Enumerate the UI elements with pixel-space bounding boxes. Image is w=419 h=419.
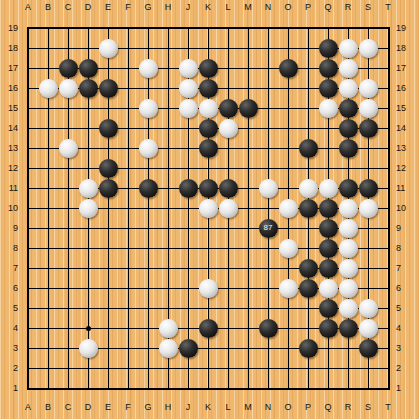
intersection-L17[interactable] <box>218 58 238 78</box>
intersection-M4[interactable] <box>238 318 258 338</box>
intersection-L16[interactable] <box>218 78 238 98</box>
intersection-S7[interactable] <box>358 258 378 278</box>
intersection-K2[interactable] <box>198 358 218 378</box>
intersection-L18[interactable] <box>218 38 238 58</box>
intersection-R11[interactable] <box>338 178 358 198</box>
intersection-G6[interactable] <box>138 278 158 298</box>
intersection-B8[interactable] <box>38 238 58 258</box>
intersection-J12[interactable] <box>178 158 198 178</box>
intersection-E1[interactable] <box>98 378 118 398</box>
intersection-N5[interactable] <box>258 298 278 318</box>
intersection-G10[interactable] <box>138 198 158 218</box>
intersection-P8[interactable] <box>298 238 318 258</box>
intersection-C16[interactable] <box>58 78 78 98</box>
intersection-M8[interactable] <box>238 238 258 258</box>
intersection-N9[interactable]: 87 <box>258 218 278 238</box>
intersection-J6[interactable] <box>178 278 198 298</box>
intersection-O7[interactable] <box>278 258 298 278</box>
intersection-D12[interactable] <box>78 158 98 178</box>
intersection-E3[interactable] <box>98 338 118 358</box>
intersection-S3[interactable] <box>358 338 378 358</box>
intersection-S11[interactable] <box>358 178 378 198</box>
intersection-O17[interactable] <box>278 58 298 78</box>
intersection-N15[interactable] <box>258 98 278 118</box>
intersection-E14[interactable] <box>98 118 118 138</box>
intersection-F13[interactable] <box>118 138 138 158</box>
intersection-R19[interactable] <box>338 18 358 38</box>
intersection-P5[interactable] <box>298 298 318 318</box>
intersection-Q14[interactable] <box>318 118 338 138</box>
intersection-P11[interactable] <box>298 178 318 198</box>
intersection-S5[interactable] <box>358 298 378 318</box>
intersection-G8[interactable] <box>138 238 158 258</box>
intersection-O9[interactable] <box>278 218 298 238</box>
intersection-R17[interactable] <box>338 58 358 78</box>
intersection-R14[interactable] <box>338 118 358 138</box>
intersection-H6[interactable] <box>158 278 178 298</box>
intersection-M15[interactable] <box>238 98 258 118</box>
intersection-P10[interactable] <box>298 198 318 218</box>
intersection-G14[interactable] <box>138 118 158 138</box>
intersection-R5[interactable] <box>338 298 358 318</box>
intersection-B6[interactable] <box>38 278 58 298</box>
intersection-K1[interactable] <box>198 378 218 398</box>
intersection-B2[interactable] <box>38 358 58 378</box>
intersection-Q18[interactable] <box>318 38 338 58</box>
intersection-E13[interactable] <box>98 138 118 158</box>
intersection-M3[interactable] <box>238 338 258 358</box>
intersection-H10[interactable] <box>158 198 178 218</box>
intersection-R18[interactable] <box>338 38 358 58</box>
intersection-O8[interactable] <box>278 238 298 258</box>
intersection-N18[interactable] <box>258 38 278 58</box>
intersection-Q3[interactable] <box>318 338 338 358</box>
intersection-D17[interactable] <box>78 58 98 78</box>
intersection-N16[interactable] <box>258 78 278 98</box>
intersection-N12[interactable] <box>258 158 278 178</box>
intersection-O5[interactable] <box>278 298 298 318</box>
intersection-H8[interactable] <box>158 238 178 258</box>
intersection-N8[interactable] <box>258 238 278 258</box>
intersection-N13[interactable] <box>258 138 278 158</box>
intersection-C18[interactable] <box>58 38 78 58</box>
intersection-L14[interactable] <box>218 118 238 138</box>
intersection-Q7[interactable] <box>318 258 338 278</box>
intersection-F18[interactable] <box>118 38 138 58</box>
intersection-P6[interactable] <box>298 278 318 298</box>
intersection-R10[interactable] <box>338 198 358 218</box>
intersection-R7[interactable] <box>338 258 358 278</box>
intersection-M16[interactable] <box>238 78 258 98</box>
intersection-F15[interactable] <box>118 98 138 118</box>
intersection-F4[interactable] <box>118 318 138 338</box>
intersection-M18[interactable] <box>238 38 258 58</box>
intersection-Q8[interactable] <box>318 238 338 258</box>
intersection-L10[interactable] <box>218 198 238 218</box>
intersection-N11[interactable] <box>258 178 278 198</box>
intersection-K5[interactable] <box>198 298 218 318</box>
intersection-K12[interactable] <box>198 158 218 178</box>
intersection-L11[interactable] <box>218 178 238 198</box>
intersection-B13[interactable] <box>38 138 58 158</box>
intersection-F14[interactable] <box>118 118 138 138</box>
intersection-C15[interactable] <box>58 98 78 118</box>
intersection-M19[interactable] <box>238 18 258 38</box>
intersection-K13[interactable] <box>198 138 218 158</box>
intersection-Q19[interactable] <box>318 18 338 38</box>
intersection-R15[interactable] <box>338 98 358 118</box>
intersection-S19[interactable] <box>358 18 378 38</box>
intersection-C7[interactable] <box>58 258 78 278</box>
intersection-O16[interactable] <box>278 78 298 98</box>
intersection-B10[interactable] <box>38 198 58 218</box>
intersection-G2[interactable] <box>138 358 158 378</box>
intersection-Q13[interactable] <box>318 138 338 158</box>
intersection-E10[interactable] <box>98 198 118 218</box>
intersection-B15[interactable] <box>38 98 58 118</box>
intersection-R12[interactable] <box>338 158 358 178</box>
intersection-J19[interactable] <box>178 18 198 38</box>
intersection-G16[interactable] <box>138 78 158 98</box>
intersection-P9[interactable] <box>298 218 318 238</box>
intersection-G5[interactable] <box>138 298 158 318</box>
intersection-N1[interactable] <box>258 378 278 398</box>
intersection-N10[interactable] <box>258 198 278 218</box>
intersection-D14[interactable] <box>78 118 98 138</box>
intersection-L6[interactable] <box>218 278 238 298</box>
intersection-S17[interactable] <box>358 58 378 78</box>
intersection-O11[interactable] <box>278 178 298 198</box>
intersection-O10[interactable] <box>278 198 298 218</box>
intersection-Q17[interactable] <box>318 58 338 78</box>
intersection-K11[interactable] <box>198 178 218 198</box>
intersection-Q15[interactable] <box>318 98 338 118</box>
intersection-C6[interactable] <box>58 278 78 298</box>
intersection-S6[interactable] <box>358 278 378 298</box>
intersection-G13[interactable] <box>138 138 158 158</box>
intersection-P14[interactable] <box>298 118 318 138</box>
intersection-H17[interactable] <box>158 58 178 78</box>
intersection-P16[interactable] <box>298 78 318 98</box>
intersection-J14[interactable] <box>178 118 198 138</box>
intersection-D16[interactable] <box>78 78 98 98</box>
intersection-K17[interactable] <box>198 58 218 78</box>
intersection-H3[interactable] <box>158 338 178 358</box>
intersection-R6[interactable] <box>338 278 358 298</box>
intersection-F7[interactable] <box>118 258 138 278</box>
intersection-B9[interactable] <box>38 218 58 238</box>
intersection-O12[interactable] <box>278 158 298 178</box>
intersection-F16[interactable] <box>118 78 138 98</box>
intersection-S2[interactable] <box>358 358 378 378</box>
intersection-S9[interactable] <box>358 218 378 238</box>
intersection-O4[interactable] <box>278 318 298 338</box>
intersection-H15[interactable] <box>158 98 178 118</box>
intersection-Q5[interactable] <box>318 298 338 318</box>
intersection-K9[interactable] <box>198 218 218 238</box>
intersection-E19[interactable] <box>98 18 118 38</box>
intersection-H16[interactable] <box>158 78 178 98</box>
intersection-J2[interactable] <box>178 358 198 378</box>
intersection-H18[interactable] <box>158 38 178 58</box>
intersection-L3[interactable] <box>218 338 238 358</box>
intersection-E8[interactable] <box>98 238 118 258</box>
intersection-K7[interactable] <box>198 258 218 278</box>
intersection-E15[interactable] <box>98 98 118 118</box>
intersection-P18[interactable] <box>298 38 318 58</box>
intersection-M9[interactable] <box>238 218 258 238</box>
intersection-R2[interactable] <box>338 358 358 378</box>
intersection-K8[interactable] <box>198 238 218 258</box>
intersection-N4[interactable] <box>258 318 278 338</box>
intersection-G1[interactable] <box>138 378 158 398</box>
intersection-L13[interactable] <box>218 138 238 158</box>
intersection-F19[interactable] <box>118 18 138 38</box>
intersection-R4[interactable] <box>338 318 358 338</box>
intersection-B4[interactable] <box>38 318 58 338</box>
intersection-S16[interactable] <box>358 78 378 98</box>
intersection-L8[interactable] <box>218 238 238 258</box>
intersection-M6[interactable] <box>238 278 258 298</box>
intersection-S4[interactable] <box>358 318 378 338</box>
intersection-R16[interactable] <box>338 78 358 98</box>
intersection-E5[interactable] <box>98 298 118 318</box>
intersection-F11[interactable] <box>118 178 138 198</box>
intersection-O19[interactable] <box>278 18 298 38</box>
intersection-R8[interactable] <box>338 238 358 258</box>
intersection-C14[interactable] <box>58 118 78 138</box>
intersection-Q16[interactable] <box>318 78 338 98</box>
intersection-D7[interactable] <box>78 258 98 278</box>
intersection-P4[interactable] <box>298 318 318 338</box>
intersection-K6[interactable] <box>198 278 218 298</box>
intersection-L1[interactable] <box>218 378 238 398</box>
intersection-G15[interactable] <box>138 98 158 118</box>
intersection-G17[interactable] <box>138 58 158 78</box>
intersection-M14[interactable] <box>238 118 258 138</box>
intersection-B3[interactable] <box>38 338 58 358</box>
intersection-Q9[interactable] <box>318 218 338 238</box>
intersection-H13[interactable] <box>158 138 178 158</box>
intersection-D8[interactable] <box>78 238 98 258</box>
intersection-B12[interactable] <box>38 158 58 178</box>
intersection-N3[interactable] <box>258 338 278 358</box>
intersection-H12[interactable] <box>158 158 178 178</box>
intersection-S8[interactable] <box>358 238 378 258</box>
intersection-E12[interactable] <box>98 158 118 178</box>
intersection-D9[interactable] <box>78 218 98 238</box>
intersection-C4[interactable] <box>58 318 78 338</box>
intersection-O15[interactable] <box>278 98 298 118</box>
intersection-R13[interactable] <box>338 138 358 158</box>
intersection-N2[interactable] <box>258 358 278 378</box>
intersection-P1[interactable] <box>298 378 318 398</box>
intersection-H11[interactable] <box>158 178 178 198</box>
intersection-D15[interactable] <box>78 98 98 118</box>
intersection-L4[interactable] <box>218 318 238 338</box>
intersection-P13[interactable] <box>298 138 318 158</box>
intersection-C5[interactable] <box>58 298 78 318</box>
intersection-H9[interactable] <box>158 218 178 238</box>
intersection-Q1[interactable] <box>318 378 338 398</box>
intersection-M2[interactable] <box>238 358 258 378</box>
intersection-O18[interactable] <box>278 38 298 58</box>
intersection-O14[interactable] <box>278 118 298 138</box>
intersection-J18[interactable] <box>178 38 198 58</box>
intersection-H4[interactable] <box>158 318 178 338</box>
intersection-J3[interactable] <box>178 338 198 358</box>
intersection-O1[interactable] <box>278 378 298 398</box>
intersection-B14[interactable] <box>38 118 58 138</box>
intersection-Q12[interactable] <box>318 158 338 178</box>
intersection-D6[interactable] <box>78 278 98 298</box>
intersection-K10[interactable] <box>198 198 218 218</box>
intersection-S10[interactable] <box>358 198 378 218</box>
intersection-K4[interactable] <box>198 318 218 338</box>
intersection-G18[interactable] <box>138 38 158 58</box>
intersection-Q11[interactable] <box>318 178 338 198</box>
intersection-S13[interactable] <box>358 138 378 158</box>
intersection-H2[interactable] <box>158 358 178 378</box>
intersection-O6[interactable] <box>278 278 298 298</box>
intersection-B1[interactable] <box>38 378 58 398</box>
intersection-J7[interactable] <box>178 258 198 278</box>
intersection-F2[interactable] <box>118 358 138 378</box>
intersection-G7[interactable] <box>138 258 158 278</box>
intersection-G11[interactable] <box>138 178 158 198</box>
intersection-E4[interactable] <box>98 318 118 338</box>
intersection-H14[interactable] <box>158 118 178 138</box>
intersection-R1[interactable] <box>338 378 358 398</box>
intersection-G9[interactable] <box>138 218 158 238</box>
intersection-L5[interactable] <box>218 298 238 318</box>
intersection-J13[interactable] <box>178 138 198 158</box>
intersection-E2[interactable] <box>98 358 118 378</box>
intersection-E6[interactable] <box>98 278 118 298</box>
intersection-F1[interactable] <box>118 378 138 398</box>
intersection-C17[interactable] <box>58 58 78 78</box>
intersection-N19[interactable] <box>258 18 278 38</box>
intersection-M13[interactable] <box>238 138 258 158</box>
intersection-S12[interactable] <box>358 158 378 178</box>
intersection-P19[interactable] <box>298 18 318 38</box>
intersection-D10[interactable] <box>78 198 98 218</box>
intersection-S14[interactable] <box>358 118 378 138</box>
intersection-D5[interactable] <box>78 298 98 318</box>
intersection-E11[interactable] <box>98 178 118 198</box>
intersection-F3[interactable] <box>118 338 138 358</box>
intersection-D3[interactable] <box>78 338 98 358</box>
intersection-J5[interactable] <box>178 298 198 318</box>
intersection-M11[interactable] <box>238 178 258 198</box>
intersection-H5[interactable] <box>158 298 178 318</box>
intersection-K16[interactable] <box>198 78 218 98</box>
intersection-E17[interactable] <box>98 58 118 78</box>
intersection-P17[interactable] <box>298 58 318 78</box>
intersection-C10[interactable] <box>58 198 78 218</box>
intersection-B17[interactable] <box>38 58 58 78</box>
intersection-P15[interactable] <box>298 98 318 118</box>
intersection-P7[interactable] <box>298 258 318 278</box>
intersection-C11[interactable] <box>58 178 78 198</box>
intersection-C2[interactable] <box>58 358 78 378</box>
intersection-J15[interactable] <box>178 98 198 118</box>
intersection-B19[interactable] <box>38 18 58 38</box>
intersection-J11[interactable] <box>178 178 198 198</box>
intersection-F17[interactable] <box>118 58 138 78</box>
intersection-K3[interactable] <box>198 338 218 358</box>
intersection-M10[interactable] <box>238 198 258 218</box>
intersection-D11[interactable] <box>78 178 98 198</box>
intersection-Q6[interactable] <box>318 278 338 298</box>
intersection-G19[interactable] <box>138 18 158 38</box>
intersection-D2[interactable] <box>78 358 98 378</box>
intersection-M12[interactable] <box>238 158 258 178</box>
intersection-Q4[interactable] <box>318 318 338 338</box>
intersection-F9[interactable] <box>118 218 138 238</box>
intersection-J1[interactable] <box>178 378 198 398</box>
intersection-L2[interactable] <box>218 358 238 378</box>
intersection-L12[interactable] <box>218 158 238 178</box>
intersection-E18[interactable] <box>98 38 118 58</box>
intersection-F5[interactable] <box>118 298 138 318</box>
intersection-M17[interactable] <box>238 58 258 78</box>
intersection-J16[interactable] <box>178 78 198 98</box>
intersection-B7[interactable] <box>38 258 58 278</box>
intersection-D18[interactable] <box>78 38 98 58</box>
intersection-J10[interactable] <box>178 198 198 218</box>
intersection-N7[interactable] <box>258 258 278 278</box>
intersection-N6[interactable] <box>258 278 278 298</box>
intersection-Q10[interactable] <box>318 198 338 218</box>
intersection-S18[interactable] <box>358 38 378 58</box>
intersection-O3[interactable] <box>278 338 298 358</box>
intersection-J17[interactable] <box>178 58 198 78</box>
intersection-E7[interactable] <box>98 258 118 278</box>
intersection-L15[interactable] <box>218 98 238 118</box>
intersection-E16[interactable] <box>98 78 118 98</box>
intersection-F8[interactable] <box>118 238 138 258</box>
intersection-D13[interactable] <box>78 138 98 158</box>
intersection-L7[interactable] <box>218 258 238 278</box>
intersection-O13[interactable] <box>278 138 298 158</box>
intersection-F10[interactable] <box>118 198 138 218</box>
intersection-R9[interactable] <box>338 218 358 238</box>
intersection-C12[interactable] <box>58 158 78 178</box>
intersection-K19[interactable] <box>198 18 218 38</box>
intersection-J9[interactable] <box>178 218 198 238</box>
intersection-N17[interactable] <box>258 58 278 78</box>
intersection-C3[interactable] <box>58 338 78 358</box>
intersection-M1[interactable] <box>238 378 258 398</box>
intersection-S1[interactable] <box>358 378 378 398</box>
intersection-C1[interactable] <box>58 378 78 398</box>
intersection-J8[interactable] <box>178 238 198 258</box>
intersection-F12[interactable] <box>118 158 138 178</box>
intersection-E9[interactable] <box>98 218 118 238</box>
intersection-B16[interactable] <box>38 78 58 98</box>
intersection-P2[interactable] <box>298 358 318 378</box>
intersection-J4[interactable] <box>178 318 198 338</box>
intersection-C9[interactable] <box>58 218 78 238</box>
intersection-B18[interactable] <box>38 38 58 58</box>
intersection-N14[interactable] <box>258 118 278 138</box>
intersection-K18[interactable] <box>198 38 218 58</box>
intersection-S15[interactable] <box>358 98 378 118</box>
intersection-H7[interactable] <box>158 258 178 278</box>
intersection-B11[interactable] <box>38 178 58 198</box>
intersection-M5[interactable] <box>238 298 258 318</box>
